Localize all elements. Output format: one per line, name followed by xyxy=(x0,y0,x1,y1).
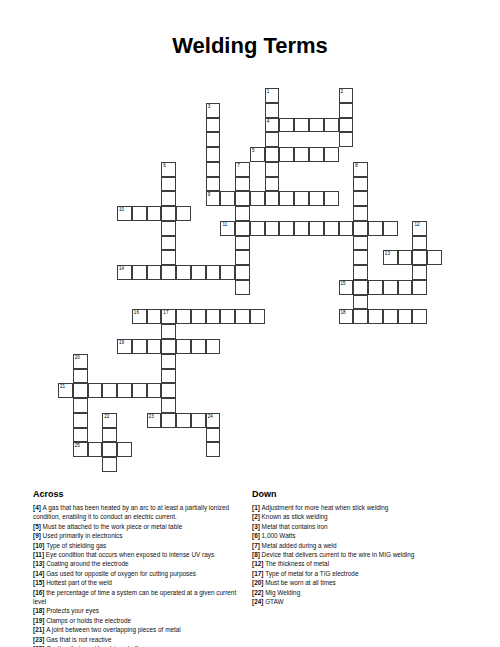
grid-cell-r9c19[interactable] xyxy=(339,221,354,236)
grid-cell-r15c7[interactable]: 17 xyxy=(161,309,176,324)
grid-cell-r17c7[interactable] xyxy=(161,339,176,354)
across-clue-11: [11] Eye condition that occurs when expo… xyxy=(33,550,243,559)
grid-cell-r15c11[interactable] xyxy=(220,309,235,324)
grid-cell-r5c10[interactable] xyxy=(206,162,221,177)
grid-cell-r17c6[interactable] xyxy=(147,339,162,354)
grid-cell-r5c12[interactable]: 7 xyxy=(235,162,250,177)
grid-cell-r0c19[interactable]: 2 xyxy=(339,88,354,103)
across-clue-10: [10] Type of shielding gas xyxy=(33,541,243,550)
grid-cell-r3c14[interactable] xyxy=(265,132,280,147)
across-clue-15: [15] Hottest part of the weld xyxy=(33,578,243,587)
cell-number-7: 7 xyxy=(237,163,240,168)
grid-cell-r22c10[interactable]: 24 xyxy=(206,413,221,428)
grid-cell-r12c5[interactable] xyxy=(132,265,147,280)
down-clue-7: [7] Metal added during a weld xyxy=(252,541,480,550)
grid-cell-r1c14[interactable] xyxy=(265,103,280,118)
grid-cell-r20c6[interactable] xyxy=(147,383,162,398)
grid-cell-r10c7[interactable] xyxy=(161,236,176,251)
grid-cell-r12c7[interactable] xyxy=(161,265,176,280)
grid-cell-r4c10[interactable] xyxy=(206,147,221,162)
grid-cell-r10c20[interactable] xyxy=(353,236,368,251)
grid-cell-r22c6[interactable]: 23 xyxy=(147,413,162,428)
grid-cell-r9c21[interactable] xyxy=(368,221,383,236)
across-clue-23: [23] Gas that is not reactive xyxy=(33,635,243,644)
grid-cell-r9c16[interactable] xyxy=(294,221,309,236)
grid-cell-r15c9[interactable] xyxy=(191,309,206,324)
grid-cell-r8c4[interactable]: 10 xyxy=(117,206,132,221)
grid-cell-r15c24[interactable] xyxy=(412,309,427,324)
cell-number-2: 2 xyxy=(341,89,344,94)
grid-cell-r3c19[interactable] xyxy=(339,132,354,147)
grid-cell-r7c20[interactable] xyxy=(353,191,368,206)
grid-cell-r23c10[interactable] xyxy=(206,428,221,443)
grid-cell-r9c7[interactable] xyxy=(161,221,176,236)
grid-cell-r25c3[interactable] xyxy=(102,457,117,472)
across-clue-9: [9] Used primarily in electronics xyxy=(33,531,243,540)
grid-cell-r23c1[interactable] xyxy=(73,428,88,443)
cell-number-19: 19 xyxy=(119,340,124,345)
down-clue-22: [22] Mig Welding xyxy=(252,588,480,597)
grid-cell-r7c15[interactable] xyxy=(279,191,294,206)
grid-cell-r2c17[interactable] xyxy=(309,118,324,133)
grid-cell-r10c12[interactable] xyxy=(235,236,250,251)
cell-number-23: 23 xyxy=(149,414,154,419)
grid-cell-r13c23[interactable] xyxy=(398,280,413,295)
grid-cell-r15c20[interactable] xyxy=(353,309,368,324)
grid-cell-r21c7[interactable] xyxy=(161,398,176,413)
grid-cell-r9c12[interactable] xyxy=(235,221,250,236)
grid-cell-r13c22[interactable] xyxy=(383,280,398,295)
grid-cell-r22c3[interactable]: 22 xyxy=(102,413,117,428)
grid-cell-r11c12[interactable] xyxy=(235,250,250,265)
grid-cell-r11c23[interactable] xyxy=(398,250,413,265)
grid-cell-r7c11[interactable] xyxy=(220,191,235,206)
cell-number-1: 1 xyxy=(267,89,270,94)
grid-cell-r22c8[interactable] xyxy=(176,413,191,428)
cell-number-20: 20 xyxy=(75,355,80,360)
grid-cell-r4c14[interactable] xyxy=(265,147,280,162)
grid-cell-r17c4[interactable]: 19 xyxy=(117,339,132,354)
grid-cell-r12c24[interactable] xyxy=(412,265,427,280)
down-clue-2: [2] Known as stick welding xyxy=(252,512,480,521)
grid-cell-r0c14[interactable]: 1 xyxy=(265,88,280,103)
grid-cell-r1c10[interactable]: 3 xyxy=(206,103,221,118)
cell-number-17: 17 xyxy=(163,310,168,315)
across-clues-section: Across [4] A gas that has been heated by… xyxy=(33,489,243,647)
grid-cell-r17c8[interactable] xyxy=(176,339,191,354)
grid-cell-r24c10[interactable] xyxy=(206,442,221,457)
grid-cell-r23c3[interactable] xyxy=(102,428,117,443)
down-header: Down xyxy=(252,489,480,499)
grid-cell-r15c6[interactable] xyxy=(147,309,162,324)
grid-cell-r11c22[interactable]: 13 xyxy=(383,250,398,265)
grid-cell-r4c18[interactable] xyxy=(324,147,339,162)
grid-cell-r2c19[interactable] xyxy=(339,118,354,133)
grid-cell-r13c19[interactable]: 15 xyxy=(339,280,354,295)
grid-cell-r1c19[interactable] xyxy=(339,103,354,118)
grid-cell-r20c3[interactable] xyxy=(102,383,117,398)
across-clue-13: [13] Coating around the electrode xyxy=(33,559,243,568)
cell-number-5: 5 xyxy=(252,148,255,153)
grid-cell-r2c14[interactable]: 4 xyxy=(265,118,280,133)
grid-cell-r24c1[interactable]: 25 xyxy=(73,442,88,457)
cell-number-11: 11 xyxy=(222,222,227,227)
grid-cell-r15c10[interactable] xyxy=(206,309,221,324)
grid-cell-r20c1[interactable] xyxy=(73,383,88,398)
grid-cell-r12c11[interactable] xyxy=(220,265,235,280)
cell-number-9: 9 xyxy=(208,192,211,197)
across-clue-19: [19] Clamps or holds the electrode xyxy=(33,616,243,625)
grid-cell-r7c10[interactable]: 9 xyxy=(206,191,221,206)
grid-cell-r17c9[interactable] xyxy=(191,339,206,354)
grid-cell-r17c5[interactable] xyxy=(132,339,147,354)
grid-cell-r12c10[interactable] xyxy=(206,265,221,280)
grid-cell-r13c21[interactable] xyxy=(368,280,383,295)
grid-cell-r12c12[interactable] xyxy=(235,265,250,280)
grid-cell-r11c20[interactable] xyxy=(353,250,368,265)
grid-cell-r5c14[interactable] xyxy=(265,162,280,177)
grid-cell-r20c0[interactable]: 21 xyxy=(58,383,73,398)
grid-cell-r12c20[interactable] xyxy=(353,265,368,280)
down-clue-3: [3] Metal that contains iron xyxy=(252,522,480,531)
cell-number-3: 3 xyxy=(208,104,211,109)
down-clue-8: [8] Device that delivers current to the … xyxy=(252,550,480,559)
grid-cell-r6c14[interactable] xyxy=(265,177,280,192)
grid-cell-r12c4[interactable]: 14 xyxy=(117,265,132,280)
grid-cell-r7c17[interactable] xyxy=(309,191,324,206)
across-clue-list: [4] A gas that has been heated by an arc… xyxy=(33,503,243,647)
down-clue-24: [24] GTAW xyxy=(252,597,480,606)
grid-cell-r4c17[interactable] xyxy=(309,147,324,162)
down-clue-12: [12] The thickness of metal xyxy=(252,559,480,568)
grid-cell-r6c12[interactable] xyxy=(235,177,250,192)
grid-cell-r15c21[interactable] xyxy=(368,309,383,324)
cell-number-4: 4 xyxy=(267,119,270,124)
grid-cell-r9c11[interactable]: 11 xyxy=(220,221,235,236)
grid-cell-r7c16[interactable] xyxy=(294,191,309,206)
grid-cell-r13c12[interactable] xyxy=(235,280,250,295)
grid-cell-r14c20[interactable] xyxy=(353,295,368,310)
across-clue-4: [4] A gas that has been heated by an arc… xyxy=(33,503,243,522)
grid-cell-r13c24[interactable] xyxy=(412,280,427,295)
grid-cell-r9c14[interactable] xyxy=(265,221,280,236)
cell-number-15: 15 xyxy=(341,281,346,286)
grid-cell-r15c8[interactable] xyxy=(176,309,191,324)
grid-cell-r9c17[interactable] xyxy=(309,221,324,236)
down-clue-1: [1] Adjustment for more heat when stick … xyxy=(252,503,480,512)
grid-cell-r16c7[interactable] xyxy=(161,324,176,339)
cell-number-18: 18 xyxy=(341,310,346,315)
grid-cell-r12c9[interactable] xyxy=(191,265,206,280)
grid-cell-r5c20[interactable]: 8 xyxy=(353,162,368,177)
grid-cell-r6c20[interactable] xyxy=(353,177,368,192)
down-clue-20: [20] Must be worn at all times xyxy=(252,578,480,587)
grid-cell-r10c24[interactable] xyxy=(412,236,427,251)
cell-number-25: 25 xyxy=(75,443,80,448)
grid-cell-r22c9[interactable] xyxy=(191,413,206,428)
grid-cell-r4c15[interactable] xyxy=(279,147,294,162)
grid-cell-r15c23[interactable] xyxy=(398,309,413,324)
cell-number-13: 13 xyxy=(385,251,390,256)
cell-number-6: 6 xyxy=(163,163,166,168)
grid-cell-r8c12[interactable] xyxy=(235,206,250,221)
cell-number-24: 24 xyxy=(208,414,213,419)
grid-cell-r20c4[interactable] xyxy=(117,383,132,398)
grid-cell-r19c7[interactable] xyxy=(161,369,176,384)
grid-cell-r7c13[interactable] xyxy=(250,191,265,206)
grid-cell-r7c14[interactable] xyxy=(265,191,280,206)
grid-cell-r8c7[interactable] xyxy=(161,206,176,221)
grid-cell-r11c24[interactable] xyxy=(412,250,427,265)
grid-cell-r5c7[interactable]: 6 xyxy=(161,162,176,177)
grid-cell-r9c15[interactable] xyxy=(279,221,294,236)
across-header: Across xyxy=(33,489,243,499)
grid-cell-r24c3[interactable] xyxy=(102,442,117,457)
grid-cell-r2c18[interactable] xyxy=(324,118,339,133)
grid-cell-r4c16[interactable] xyxy=(294,147,309,162)
grid-cell-r17c10[interactable] xyxy=(206,339,221,354)
grid-cell-r22c7[interactable] xyxy=(161,413,176,428)
grid-cell-r4c13[interactable]: 5 xyxy=(250,147,265,162)
grid-cell-r24c4[interactable] xyxy=(117,442,132,457)
grid-cell-r12c6[interactable] xyxy=(147,265,162,280)
grid-cell-r24c2[interactable] xyxy=(88,442,103,457)
grid-cell-r21c1[interactable] xyxy=(73,398,88,413)
grid-cell-r2c10[interactable] xyxy=(206,118,221,133)
grid-cell-r9c20[interactable] xyxy=(353,221,368,236)
across-clue-5: [5] Must be attached to the work piece o… xyxy=(33,522,243,531)
grid-cell-r20c5[interactable] xyxy=(132,383,147,398)
grid-cell-r19c1[interactable] xyxy=(73,369,88,384)
grid-cell-r13c20[interactable] xyxy=(353,280,368,295)
grid-cell-r15c19[interactable]: 18 xyxy=(339,309,354,324)
grid-cell-r6c10[interactable] xyxy=(206,177,221,192)
grid-cell-r15c13[interactable] xyxy=(250,309,265,324)
grid-cell-r2c15[interactable] xyxy=(279,118,294,133)
grid-cell-r7c7[interactable] xyxy=(161,191,176,206)
cell-number-14: 14 xyxy=(119,266,124,271)
page-title: Welding Terms xyxy=(0,33,500,59)
cell-number-12: 12 xyxy=(414,222,419,227)
down-clues-section: Down [1] Adjustment for more heat when s… xyxy=(252,489,480,606)
cell-number-10: 10 xyxy=(119,207,124,212)
grid-cell-r7c12[interactable] xyxy=(235,191,250,206)
cell-number-22: 22 xyxy=(104,414,109,419)
grid-cell-r22c1[interactable] xyxy=(73,413,88,428)
across-clue-18: [18] Protects your eyes xyxy=(33,606,243,615)
grid-cell-r15c12[interactable] xyxy=(235,309,250,324)
cell-number-16: 16 xyxy=(134,310,139,315)
grid-cell-r8c5[interactable] xyxy=(132,206,147,221)
down-clue-17: [17] Type of metal for a TIG electrode xyxy=(252,569,480,578)
cell-number-8: 8 xyxy=(355,163,358,168)
down-clue-list: [1] Adjustment for more heat when stick … xyxy=(252,503,480,606)
grid-cell-r7c18[interactable] xyxy=(324,191,339,206)
cell-number-21: 21 xyxy=(60,384,65,389)
grid-cell-r9c22[interactable] xyxy=(383,221,398,236)
across-clue-21: [21] A joint between two overlapping pie… xyxy=(33,625,243,634)
crossword-grid: 1234567891011121314151617181920212223242… xyxy=(58,88,442,472)
grid-cell-r18c1[interactable]: 20 xyxy=(73,354,88,369)
grid-cell-r2c16[interactable] xyxy=(294,118,309,133)
grid-cell-r8c8[interactable] xyxy=(176,206,191,221)
across-clue-16: [16] the percentage of time a system can… xyxy=(33,588,243,607)
grid-cell-r20c7[interactable] xyxy=(161,383,176,398)
grid-cell-r9c18[interactable] xyxy=(324,221,339,236)
across-clue-14: [14] Gas used for opposite of oxygen for… xyxy=(33,569,243,578)
grid-cell-r15c22[interactable] xyxy=(383,309,398,324)
grid-cell-r3c10[interactable] xyxy=(206,132,221,147)
grid-cell-r8c20[interactable] xyxy=(353,206,368,221)
grid-cell-r11c25[interactable] xyxy=(427,250,442,265)
grid-cell-r20c2[interactable] xyxy=(88,383,103,398)
grid-cell-r9c13[interactable] xyxy=(250,221,265,236)
grid-cell-r18c7[interactable] xyxy=(161,354,176,369)
grid-cell-r9c24[interactable]: 12 xyxy=(412,221,427,236)
grid-cell-r11c7[interactable] xyxy=(161,250,176,265)
grid-cell-r6c7[interactable] xyxy=(161,177,176,192)
down-clue-6: [6] 1,000 Watts xyxy=(252,531,480,540)
grid-cell-r12c8[interactable] xyxy=(176,265,191,280)
grid-cell-r15c5[interactable]: 16 xyxy=(132,309,147,324)
grid-cell-r8c6[interactable] xyxy=(147,206,162,221)
